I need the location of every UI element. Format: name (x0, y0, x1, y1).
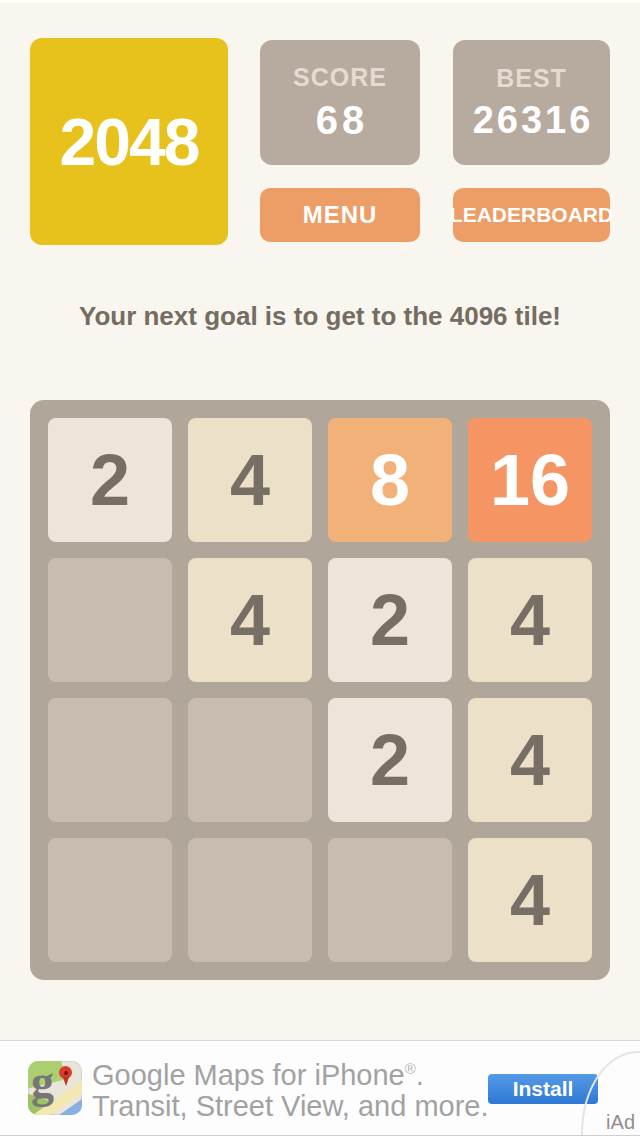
menu-button[interactable]: MENU (260, 188, 420, 242)
game-board[interactable]: 2 4 8 16 4 2 4 2 4 4 (30, 400, 610, 980)
map-pin-icon (59, 1066, 73, 1088)
logo-text: 2048 (60, 104, 199, 180)
google-maps-icon: g (28, 1061, 82, 1115)
board-cell-r2c2: 4 (188, 558, 312, 682)
ad-copy: Google Maps for iPhone®. Transit, Street… (92, 1053, 489, 1122)
board-cell-r3c1 (48, 698, 172, 822)
score-label: SCORE (293, 63, 387, 92)
goal-text: Your next goal is to get to the 4096 til… (0, 301, 640, 332)
iad-banner[interactable]: g Google Maps for iPhone®. Transit, Stre… (0, 1040, 640, 1136)
board-cell-r4c1 (48, 838, 172, 962)
best-value: 26316 (473, 99, 594, 142)
best-label: BEST (496, 64, 567, 93)
status-strip (0, 0, 640, 3)
board-cell-r3c3: 2 (328, 698, 452, 822)
board-cell-r1c1: 2 (48, 418, 172, 542)
iad-label: iAd (606, 1111, 635, 1134)
google-g-letter: g (31, 1061, 54, 1108)
best-box: BEST 26316 (453, 40, 610, 165)
registered-mark: ® (405, 1060, 416, 1077)
board-cell-r4c2 (188, 838, 312, 962)
logo-2048-tile: 2048 (30, 38, 228, 245)
board-cell-r1c3: 8 (328, 418, 452, 542)
board-cell-r2c4: 4 (468, 558, 592, 682)
leaderboard-button[interactable]: LEADERBOARD (453, 188, 610, 242)
install-button[interactable]: Install (488, 1074, 598, 1104)
board-cell-r2c1 (48, 558, 172, 682)
board-cell-r1c4: 16 (468, 418, 592, 542)
board-cell-r4c3 (328, 838, 452, 962)
board-cell-r4c4: 4 (468, 838, 592, 962)
score-value: 68 (316, 98, 369, 143)
board-cell-r3c4: 4 (468, 698, 592, 822)
screen: 2048 SCORE 68 BEST 26316 MENU LEADERBOAR… (0, 0, 640, 1136)
board-cell-r3c2 (188, 698, 312, 822)
score-box: SCORE 68 (260, 40, 420, 165)
board-cell-r2c3: 2 (328, 558, 452, 682)
ad-subline: Transit, Street View, and more. (92, 1091, 489, 1122)
ad-headline: Google Maps for iPhone®. (92, 1053, 489, 1091)
board-cell-r1c2: 4 (188, 418, 312, 542)
